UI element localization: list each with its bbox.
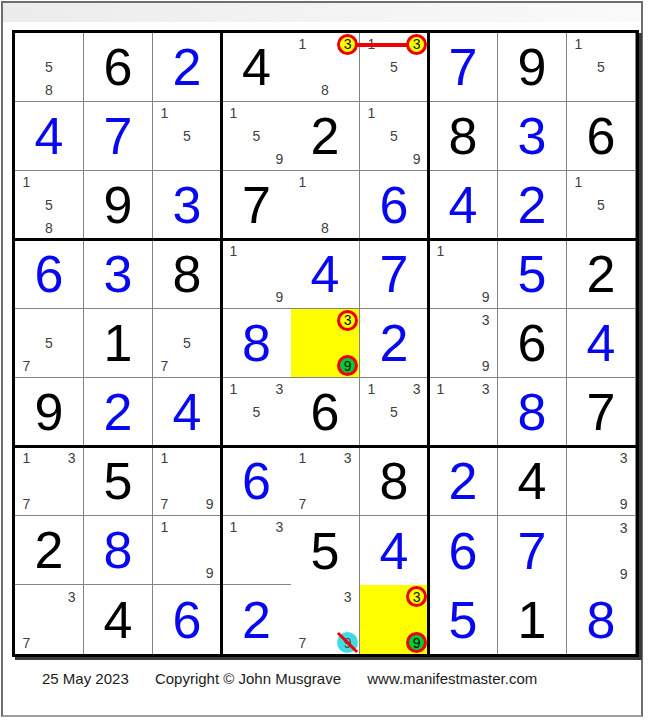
candidate-slot (360, 608, 383, 631)
candidate-grid: 137 (15, 447, 83, 515)
cell-r2c4[interactable]: 159 (222, 102, 291, 171)
candidate-slot (15, 332, 38, 355)
candidate-digit: 5 (183, 128, 191, 144)
given-digit: 6 (587, 110, 616, 162)
cell-r8c9[interactable]: 39 (567, 516, 636, 585)
cell-r8c3[interactable]: 19 (153, 516, 222, 585)
candidate-digit: 1 (367, 105, 375, 121)
candidate-slot (405, 78, 428, 101)
candidate-slot: 1 (429, 378, 452, 401)
candidate-slot: 9 (612, 562, 635, 585)
candidate-slot (360, 147, 383, 170)
solved-digit: 6 (35, 248, 64, 300)
cell-r6c5[interactable]: 6 (291, 378, 360, 447)
candidate-slot: 3 (612, 516, 635, 539)
candidate-grid: 37 (15, 585, 83, 654)
cell-r9c3[interactable]: 6 (153, 585, 222, 654)
cell-r5c5[interactable]: 39 (291, 309, 360, 378)
candidate-slot (567, 539, 590, 562)
candidate-slot (452, 285, 475, 308)
box-separator-horizontal-1 (15, 238, 636, 241)
candidate-slot: 3 (405, 378, 428, 401)
candidate-slot (383, 102, 406, 125)
candidate-slot (268, 102, 291, 125)
candidate-grid: 15 (153, 102, 221, 170)
candidate-slot (38, 492, 61, 515)
box-separator-vertical-2 (427, 33, 430, 654)
solved-digit: 4 (35, 110, 64, 162)
solved-digit: 6 (173, 594, 202, 646)
candidate-slot (452, 354, 475, 377)
cell-r3c3[interactable]: 3 (153, 171, 222, 240)
candidate-slot (268, 401, 291, 424)
candidate-digit: 1 (298, 450, 306, 466)
candidate-slot (291, 608, 314, 631)
candidate-slot (452, 401, 475, 424)
candidate-digit: 1 (298, 174, 306, 190)
candidate-digit: 1 (230, 381, 238, 397)
candidate-slot: 1 (15, 171, 38, 194)
cell-r8c5[interactable]: 5 (291, 516, 360, 585)
candidate-slot (268, 263, 291, 286)
cell-r3c9[interactable]: 15 (567, 171, 636, 240)
candidate-grid: 13 (429, 378, 497, 446)
candidate-digit: 3 (276, 519, 284, 535)
candidate-digit: 8 (321, 82, 329, 98)
cell-r3c4[interactable]: 7 (222, 171, 291, 240)
cell-r9c4[interactable]: 2 (222, 585, 291, 654)
candidate-slot (176, 561, 199, 584)
candidate-slot (153, 125, 176, 148)
candidate-grid: 135 (222, 378, 291, 446)
cell-r4c9[interactable]: 2 (567, 240, 636, 309)
cell-r1c3[interactable]: 2 (153, 33, 222, 102)
solved-digit: 2 (173, 41, 202, 93)
cell-r6c8[interactable]: 8 (498, 378, 567, 447)
candidate-slot (291, 78, 314, 101)
candidate-slot: 1 (567, 33, 590, 56)
candidate-slot (38, 470, 61, 493)
candidate-slot (336, 78, 359, 101)
candidate-slot (429, 401, 452, 424)
solved-digit: 4 (173, 386, 202, 438)
candidate-slot (360, 631, 383, 654)
cell-r7c3[interactable]: 179 (153, 447, 222, 516)
candidate-digit: 1 (160, 105, 168, 121)
candidate-grid: 57 (153, 309, 221, 377)
candidate-slot (383, 585, 406, 608)
candidate-digit: 9 (206, 565, 214, 581)
candidate-slot (429, 309, 452, 332)
candidate-slot: 5 (38, 194, 61, 217)
candidate-slot (590, 539, 613, 562)
candidate-slot: 3 (474, 378, 497, 401)
candidate-slot (314, 309, 337, 332)
cell-r2c8[interactable]: 3 (498, 102, 567, 171)
given-digit: 9 (35, 386, 64, 438)
cell-r5c1[interactable]: 57 (15, 309, 84, 378)
cell-r2c9[interactable]: 6 (567, 102, 636, 171)
candidate-digit: 3 (68, 450, 76, 466)
candidate-slot (567, 447, 590, 470)
candidate-slot (60, 171, 83, 194)
given-digit: 6 (311, 386, 340, 438)
candidate-slot: 5 (38, 56, 61, 79)
cell-r2c2[interactable]: 7 (84, 102, 153, 171)
candidate-grid: 159 (360, 102, 428, 170)
cell-r1c7[interactable]: 7 (429, 33, 498, 102)
candidate-slot (153, 147, 176, 170)
candidate-slot (60, 194, 83, 217)
candidate-digit: 9 (620, 566, 628, 582)
cell-r4c6[interactable]: 7 (360, 240, 429, 309)
candidate-slot (15, 56, 38, 79)
candidate-slot (268, 539, 291, 562)
cell-r1c8[interactable]: 9 (498, 33, 567, 102)
cell-r1c4[interactable]: 4 (222, 33, 291, 102)
candidate-slot (198, 125, 221, 148)
cell-r9c7[interactable]: 5 (429, 585, 498, 654)
candidate-slot (567, 492, 590, 515)
candidate-slot (405, 125, 428, 148)
cell-r9c6[interactable]: 39 (360, 585, 429, 654)
candidate-slot: 1 (15, 447, 38, 470)
cell-r1c9[interactable]: 15 (567, 33, 636, 102)
candidate-slot (245, 378, 268, 401)
cell-r5c2[interactable]: 1 (84, 309, 153, 378)
candidate-grid: 19 (429, 240, 497, 308)
candidate-grid: 135 (360, 378, 428, 446)
candidate-slot (612, 56, 635, 79)
candidate-digit: 5 (45, 335, 53, 351)
candidate-digit: 1 (22, 450, 30, 466)
cell-r3c7[interactable]: 4 (429, 171, 498, 240)
cell-r2c6[interactable]: 159 (360, 102, 429, 171)
candidate-slot: 1 (153, 447, 176, 470)
candidate-slot: 1 (222, 102, 245, 125)
candidate-slot: 9 (198, 492, 221, 515)
given-digit: 7 (242, 179, 271, 231)
candidate-slot (336, 56, 359, 79)
candidate-slot (314, 332, 337, 355)
candidate-slot: 3 (268, 516, 291, 539)
cell-r4c1[interactable]: 6 (15, 240, 84, 309)
cell-r7c4[interactable]: 6 (222, 447, 291, 516)
candidate-digit: 3 (413, 381, 421, 397)
candidate-digit: 5 (390, 128, 398, 144)
given-digit: 1 (518, 594, 547, 646)
cell-r6c6[interactable]: 135 (360, 378, 429, 447)
solved-digit: 7 (380, 248, 409, 300)
candidate-slot: 3 (336, 309, 359, 332)
candidate-slot (245, 263, 268, 286)
candidate-slot (15, 216, 38, 239)
candidate-digit: 1 (574, 36, 582, 52)
cell-r9c1[interactable]: 37 (15, 585, 84, 654)
cell-r5c3[interactable]: 57 (153, 309, 222, 378)
candidate-grid: 58 (15, 33, 83, 101)
cell-r6c7[interactable]: 13 (429, 378, 498, 447)
cell-r7c8[interactable]: 4 (498, 447, 567, 516)
cell-r4c4[interactable]: 19 (222, 240, 291, 309)
candidate-digit: 9 (206, 496, 214, 512)
candidate-grid: 138 (291, 33, 359, 101)
cell-r6c9[interactable]: 7 (567, 378, 636, 447)
candidate-slot (567, 78, 590, 101)
candidate-slot (590, 562, 613, 585)
cell-r8c8[interactable]: 7 (498, 516, 567, 585)
cell-r9c8[interactable]: 1 (498, 585, 567, 654)
candidate-slot (452, 309, 475, 332)
cell-r2c3[interactable]: 15 (153, 102, 222, 171)
cell-r1c2[interactable]: 6 (84, 33, 153, 102)
cell-r7c9[interactable]: 39 (567, 447, 636, 516)
candidate-digit: 1 (230, 105, 238, 121)
cell-r9c9[interactable]: 8 (567, 585, 636, 654)
cell-r8c2[interactable]: 8 (84, 516, 153, 585)
candidate-slot (612, 216, 635, 239)
candidate-digit: 1 (436, 243, 444, 259)
candidate-slot (590, 516, 613, 539)
candidate-slot (429, 332, 452, 355)
cell-r8c1[interactable]: 2 (15, 516, 84, 585)
solved-digit: 8 (587, 594, 616, 646)
candidate-slot (360, 401, 383, 424)
candidate-slot: 9 (268, 285, 291, 308)
candidate-slot (268, 125, 291, 148)
candidate-slot (222, 125, 245, 148)
candidate-slot (383, 423, 406, 446)
cell-r9c5[interactable]: 379 (291, 585, 360, 654)
candidate-digit: 9 (276, 289, 284, 305)
cell-r3c5[interactable]: 18 (291, 171, 360, 240)
cell-r4c2[interactable]: 3 (84, 240, 153, 309)
candidate-slot (360, 423, 383, 446)
candidate-slot: 5 (176, 332, 199, 355)
cell-r8c7[interactable]: 6 (429, 516, 498, 585)
candidate-slot (336, 492, 359, 515)
candidate-slot: 3 (405, 585, 428, 608)
cell-r3c2[interactable]: 9 (84, 171, 153, 240)
solved-digit: 2 (380, 317, 409, 369)
cell-r7c2[interactable]: 5 (84, 447, 153, 516)
cell-r7c1[interactable]: 137 (15, 447, 84, 516)
cell-r8c4[interactable]: 13 (222, 516, 291, 585)
candidate-digit: 7 (298, 496, 306, 512)
candidate-slot (291, 56, 314, 79)
cell-r4c7[interactable]: 19 (429, 240, 498, 309)
candidate-slot: 1 (291, 33, 314, 56)
candidate-slot: 5 (383, 56, 406, 79)
candidate-slot (452, 332, 475, 355)
solved-digit: 7 (104, 110, 133, 162)
cell-r5c8[interactable]: 6 (498, 309, 567, 378)
candidate-slot: 7 (15, 492, 38, 515)
candidate-slot (429, 263, 452, 286)
candidate-grid: 57 (15, 309, 83, 377)
sudoku-board: 5862413813579154715159215983615893718642… (12, 30, 639, 657)
cell-r7c7[interactable]: 2 (429, 447, 498, 516)
cell-r7c6[interactable]: 8 (360, 447, 429, 516)
candidate-slot (590, 492, 613, 515)
solved-digit: 4 (380, 525, 409, 577)
cell-r2c7[interactable]: 8 (429, 102, 498, 171)
candidate-digit: 3 (482, 312, 490, 328)
cell-r6c3[interactable]: 4 (153, 378, 222, 447)
candidate-grid: 19 (153, 516, 221, 584)
candidate-slot: 3 (336, 33, 359, 56)
candidate-slot (176, 492, 199, 515)
candidate-slot (60, 33, 83, 56)
candidate-digit: 3 (276, 381, 284, 397)
solved-digit: 6 (242, 455, 271, 507)
candidate-slot (383, 378, 406, 401)
candidate-digit: 9 (482, 289, 490, 305)
candidate-slot: 5 (590, 194, 613, 217)
candidate-slot (60, 56, 83, 79)
candidate-slot (314, 194, 337, 217)
solved-digit: 7 (449, 41, 478, 93)
candidate-grid: 39 (429, 309, 497, 377)
candidate-slot (176, 309, 199, 332)
cell-r3c6[interactable]: 6 (360, 171, 429, 240)
cell-r2c5[interactable]: 2 (291, 102, 360, 171)
candidate-slot (291, 585, 314, 608)
candidate-slot (291, 309, 314, 332)
solved-digit: 5 (518, 248, 547, 300)
candidate-slot: 8 (314, 78, 337, 101)
candidate-slot (567, 470, 590, 493)
candidate-slot: 1 (222, 516, 245, 539)
candidate-slot: 9 (336, 631, 359, 654)
candidate-slot (429, 285, 452, 308)
cell-r6c4[interactable]: 135 (222, 378, 291, 447)
candidate-slot: 5 (590, 56, 613, 79)
cell-r4c3[interactable]: 8 (153, 240, 222, 309)
cell-r3c8[interactable]: 2 (498, 171, 567, 240)
cell-r3c1[interactable]: 158 (15, 171, 84, 240)
given-digit: 2 (311, 110, 340, 162)
given-digit: 5 (311, 525, 340, 577)
candidate-digit: 5 (45, 197, 53, 213)
given-digit: 9 (104, 179, 133, 231)
cell-r6c2[interactable]: 2 (84, 378, 153, 447)
cyan-elimination-mark: 9 (337, 632, 358, 653)
candidate-slot (405, 401, 428, 424)
cell-r5c4[interactable]: 8 (222, 309, 291, 378)
candidate-slot (567, 562, 590, 585)
box-separator-horizontal-2 (15, 445, 636, 448)
cell-r1c5[interactable]: 138 (291, 33, 360, 102)
candidate-slot: 8 (38, 216, 61, 239)
candidate-slot (153, 539, 176, 562)
candidate-slot: 8 (38, 78, 61, 101)
candidate-slot (176, 516, 199, 539)
candidate-digit: 1 (436, 381, 444, 397)
given-digit: 2 (35, 524, 64, 576)
given-digit: 4 (104, 594, 133, 646)
candidate-slot (291, 332, 314, 355)
cell-r5c7[interactable]: 39 (429, 309, 498, 378)
cell-r4c8[interactable]: 5 (498, 240, 567, 309)
candidate-digit: 7 (160, 358, 168, 374)
candidate-slot: 1 (360, 102, 383, 125)
candidate-digit: 3 (620, 450, 628, 466)
candidate-slot (60, 332, 83, 355)
candidate-slot (245, 147, 268, 170)
candidate-slot (612, 171, 635, 194)
cell-r6c1[interactable]: 9 (15, 378, 84, 447)
cell-r5c6[interactable]: 2 (360, 309, 429, 378)
candidate-slot: 9 (405, 147, 428, 170)
candidate-slot (314, 33, 337, 56)
given-digit: 8 (173, 248, 202, 300)
candidate-digit: 5 (597, 197, 605, 213)
candidate-slot (198, 354, 221, 377)
cell-r5c9[interactable]: 4 (567, 309, 636, 378)
candidate-slot: 1 (153, 516, 176, 539)
candidate-digit: 7 (22, 358, 30, 374)
cell-r1c1[interactable]: 58 (15, 33, 84, 102)
candidate-slot: 7 (291, 631, 314, 654)
candidate-digit: 5 (597, 59, 605, 75)
cell-r9c2[interactable]: 4 (84, 585, 153, 654)
candidate-slot: 5 (38, 332, 61, 355)
candidate-slot (245, 240, 268, 263)
given-digit: 4 (518, 455, 547, 507)
candidate-digit: 7 (22, 496, 30, 512)
given-digit: 8 (380, 455, 409, 507)
solved-digit: 2 (104, 386, 133, 438)
candidate-slot (336, 608, 359, 631)
cell-r8c6[interactable]: 4 (360, 516, 429, 585)
candidate-slot (314, 354, 337, 377)
candidate-slot (153, 561, 176, 584)
candidate-slot: 9 (198, 561, 221, 584)
candidate-slot (291, 470, 314, 493)
candidate-slot: 1 (222, 240, 245, 263)
candidate-slot (198, 516, 221, 539)
candidate-slot (336, 194, 359, 217)
candidate-slot: 1 (291, 447, 314, 470)
candidate-slot: 1 (360, 378, 383, 401)
cell-r4c5[interactable]: 4 (291, 240, 360, 309)
candidate-slot (15, 309, 38, 332)
candidate-slot (452, 263, 475, 286)
candidate-slot (38, 354, 61, 377)
candidate-digit: 1 (574, 174, 582, 190)
candidate-grid: 179 (153, 447, 221, 515)
candidate-slot: 1 (567, 171, 590, 194)
candidate-slot (176, 447, 199, 470)
candidate-digit: 3 (68, 589, 76, 605)
cell-r7c5[interactable]: 137 (291, 447, 360, 516)
candidate-slot: 3 (60, 447, 83, 470)
solved-digit: 4 (311, 248, 340, 300)
cell-r2c1[interactable]: 4 (15, 102, 84, 171)
solved-digit: 8 (518, 386, 547, 438)
candidate-digit: 5 (253, 128, 261, 144)
candidate-slot (590, 216, 613, 239)
candidate-slot (612, 539, 635, 562)
candidate-slot (60, 78, 83, 101)
candidate-slot (590, 33, 613, 56)
candidate-grid: 39 (567, 516, 635, 585)
candidate-digit: 7 (160, 496, 168, 512)
window-titlebar (3, 3, 641, 22)
candidate-digit: 5 (253, 404, 261, 420)
candidate-slot (60, 216, 83, 239)
